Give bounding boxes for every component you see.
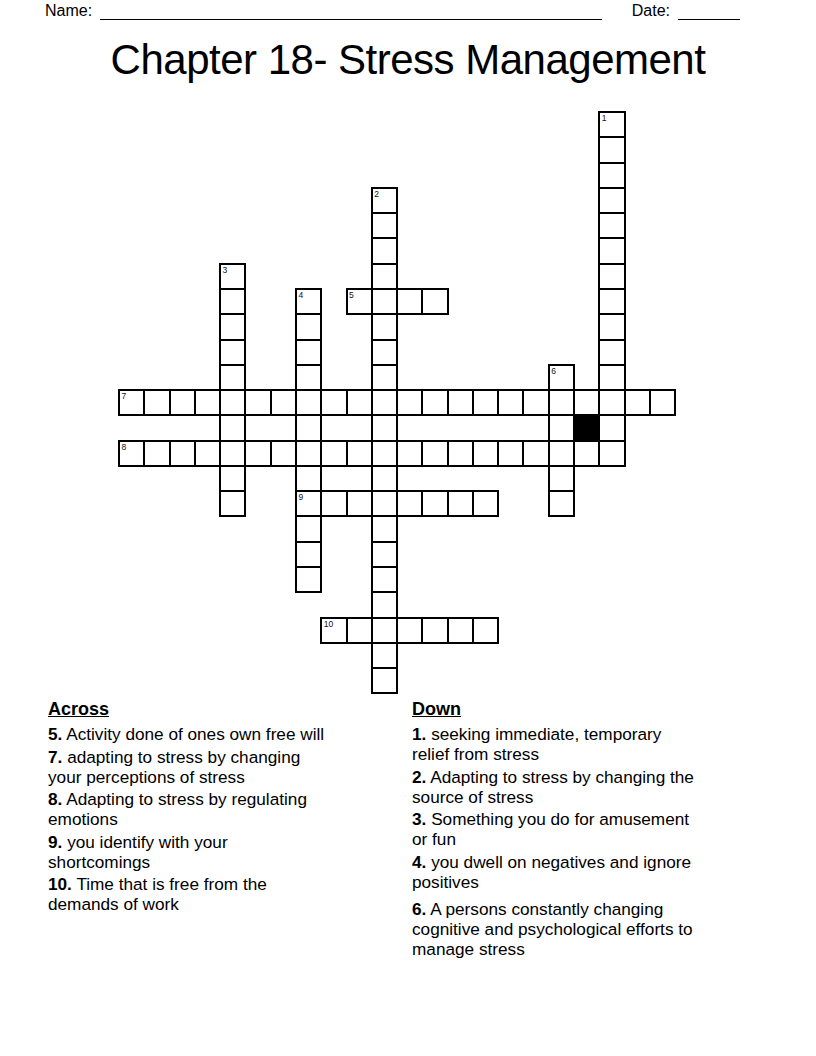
clue-text: Adapting to stress by changing the sourc…	[412, 767, 694, 807]
grid-cell[interactable]: 8	[118, 440, 145, 467]
grid-cell[interactable]	[371, 465, 398, 492]
grid-cell[interactable]	[194, 389, 221, 416]
date-input-line[interactable]	[678, 3, 740, 20]
grid-cell[interactable]	[194, 440, 221, 467]
grid-cell[interactable]	[371, 490, 398, 517]
grid-cell[interactable]	[447, 617, 474, 644]
clue-text: you identify with your shortcomings	[48, 832, 228, 872]
grid-cell[interactable]	[371, 642, 398, 669]
grid-cell[interactable]	[649, 389, 676, 416]
header: Name: Date:	[45, 1, 740, 20]
grid-cell[interactable]	[371, 566, 398, 593]
grid-cell[interactable]	[522, 440, 549, 467]
clue-across-10: 10. Time that is free from the demands o…	[48, 874, 412, 914]
grid-cell[interactable]	[219, 339, 246, 366]
page-title: Chapter 18- Stress Management	[0, 36, 816, 84]
grid-cell[interactable]: 6	[548, 364, 575, 391]
clue-text: you dwell on negatives and ignore positi…	[412, 852, 691, 892]
grid-cell[interactable]	[598, 313, 625, 340]
clue-number: 5.	[48, 724, 62, 744]
grid-cell[interactable]	[598, 162, 625, 189]
grid-cell[interactable]	[598, 389, 625, 416]
down-clues: Down 1. seeking immediate, temporary rel…	[412, 699, 776, 961]
grid-cell[interactable]	[270, 389, 297, 416]
grid-cell[interactable]: 2	[371, 187, 398, 214]
grid-cell[interactable]	[143, 389, 170, 416]
grid-cell[interactable]	[295, 389, 322, 416]
clue-number: 2.	[412, 767, 426, 787]
grid-cell[interactable]	[598, 187, 625, 214]
grid-cell[interactable]	[244, 389, 271, 416]
grid-cell[interactable]	[573, 440, 600, 467]
grid-cell[interactable]	[396, 288, 423, 315]
grid-cell[interactable]	[624, 389, 651, 416]
grid-cell[interactable]	[396, 490, 423, 517]
grid-cell[interactable]	[421, 440, 448, 467]
grid-cell[interactable]	[371, 364, 398, 391]
grid-cell[interactable]	[371, 263, 398, 290]
grid-cell[interactable]	[320, 490, 347, 517]
clue-down-4: 4. you dwell on negatives and ignore pos…	[412, 852, 776, 892]
grid-cell[interactable]	[447, 440, 474, 467]
grid-cell[interactable]	[219, 490, 246, 517]
grid-cell[interactable]	[346, 490, 373, 517]
grid-cell[interactable]	[598, 288, 625, 315]
clue-text: Something you do for amusement or fun	[412, 809, 689, 849]
clue-number: 9.	[48, 832, 62, 852]
grid-cell[interactable]	[371, 288, 398, 315]
grid-cell[interactable]	[371, 591, 398, 618]
cell-number: 3	[223, 265, 228, 275]
clue-text: Activity done of ones own free will	[66, 724, 324, 744]
grid-cell[interactable]	[421, 490, 448, 517]
grid-cell[interactable]: 3	[219, 263, 246, 290]
clue-across-7: 7. adapting to stress by changing your p…	[48, 747, 412, 787]
clue-down-2: 2. Adapting to stress by changing the so…	[412, 767, 776, 807]
clue-text: A persons constantly changing cognitive …	[412, 899, 693, 959]
grid-cell[interactable]	[396, 440, 423, 467]
grid-cell[interactable]	[295, 339, 322, 366]
grid-cell[interactable]	[497, 440, 524, 467]
clue-number: 1.	[412, 724, 426, 744]
grid-cell[interactable]	[472, 440, 499, 467]
grid-cell[interactable]	[295, 515, 322, 542]
grid-cell[interactable]	[371, 339, 398, 366]
grid-cell[interactable]	[169, 440, 196, 467]
grid-cell[interactable]	[598, 212, 625, 239]
grid-cell[interactable]	[472, 389, 499, 416]
grid-cell[interactable]	[472, 490, 499, 517]
grid-cell[interactable]	[396, 617, 423, 644]
cell-number: 10	[324, 619, 333, 629]
grid-cell[interactable]	[598, 263, 625, 290]
grid-cell[interactable]	[219, 414, 246, 441]
clue-number: 6.	[412, 899, 426, 919]
grid-cell[interactable]	[320, 389, 347, 416]
clue-down-1: 1. seeking immediate, temporary relief f…	[412, 724, 776, 764]
grid-cell[interactable]: 10	[320, 617, 347, 644]
grid-cell[interactable]	[371, 414, 398, 441]
cell-number: 9	[298, 492, 303, 502]
grid-cell[interactable]	[598, 440, 625, 467]
grid-cell[interactable]	[371, 667, 398, 694]
grid-cell[interactable]	[346, 440, 373, 467]
crossword-grid: 12345678910	[118, 111, 677, 695]
grid-cell[interactable]	[295, 566, 322, 593]
clues-section: Across 5. Activity done of ones own free…	[48, 699, 776, 961]
name-label: Name:	[45, 1, 92, 20]
grid-cell[interactable]	[472, 617, 499, 644]
grid-cell[interactable]	[598, 414, 625, 441]
grid-cell[interactable]	[421, 617, 448, 644]
grid-cell[interactable]	[219, 440, 246, 467]
down-heading: Down	[412, 699, 776, 719]
grid-cell[interactable]: 1	[598, 111, 625, 138]
black-cell	[573, 414, 600, 441]
clue-across-5: 5. Activity done of ones own free will	[48, 724, 412, 744]
clue-text: Adapting to stress by regulating emotion…	[48, 789, 307, 829]
clue-down-3: 3. Something you do for amusement or fun	[412, 809, 776, 849]
grid-cell[interactable]	[295, 541, 322, 568]
grid-cell[interactable]	[447, 389, 474, 416]
grid-cell[interactable]	[295, 440, 322, 467]
grid-cell[interactable]	[371, 541, 398, 568]
clue-across-8: 8. Adapting to stress by regulating emot…	[48, 789, 412, 829]
grid-cell[interactable]	[169, 389, 196, 416]
grid-cell[interactable]	[219, 288, 246, 315]
grid-cell[interactable]	[371, 515, 398, 542]
clue-across-9: 9. you identify with your shortcomings	[48, 832, 412, 872]
grid-cell[interactable]: 7	[118, 389, 145, 416]
grid-cell[interactable]	[295, 364, 322, 391]
cell-number: 5	[349, 290, 354, 300]
grid-cell[interactable]	[219, 364, 246, 391]
grid-cell[interactable]	[548, 389, 575, 416]
clue-number: 8.	[48, 789, 62, 809]
grid-cell[interactable]	[421, 288, 448, 315]
clue-number: 7.	[48, 747, 62, 767]
grid-cell[interactable]	[371, 389, 398, 416]
across-clues: Across 5. Activity done of ones own free…	[48, 699, 412, 961]
clue-number: 3.	[412, 809, 426, 829]
clue-down-6: 6. A persons constantly changing cogniti…	[412, 899, 776, 959]
grid-cell[interactable]	[548, 465, 575, 492]
grid-cell[interactable]	[371, 212, 398, 239]
clue-text: Time that is free from the demands of wo…	[48, 874, 267, 914]
worksheet-page: Name: Date: Chapter 18- Stress Managemen…	[0, 0, 816, 1056]
name-input-line[interactable]	[100, 3, 602, 20]
grid-cell[interactable]	[371, 313, 398, 340]
grid-cell[interactable]	[598, 339, 625, 366]
grid-cell[interactable]	[219, 389, 246, 416]
cell-number: 8	[122, 442, 127, 452]
cell-number: 1	[602, 113, 607, 123]
grid-cell[interactable]: 9	[295, 490, 322, 517]
cell-number: 4	[298, 290, 303, 300]
grid-cell[interactable]: 4	[295, 288, 322, 315]
grid-cell[interactable]	[320, 440, 347, 467]
grid-cell[interactable]	[522, 389, 549, 416]
grid-cell[interactable]	[295, 313, 322, 340]
grid-cell[interactable]	[295, 414, 322, 441]
grid-cell[interactable]	[598, 136, 625, 163]
clue-number: 10.	[48, 874, 72, 894]
grid-cell[interactable]	[295, 465, 322, 492]
cell-number: 2	[374, 189, 379, 199]
grid-cell[interactable]	[270, 440, 297, 467]
grid-cell[interactable]	[447, 490, 474, 517]
grid-cell[interactable]	[346, 389, 373, 416]
grid-cell[interactable]	[143, 440, 170, 467]
grid-cell[interactable]	[371, 237, 398, 264]
grid-cell[interactable]	[346, 617, 373, 644]
grid-cell[interactable]	[244, 440, 271, 467]
grid-cell[interactable]	[396, 389, 423, 416]
grid-cell[interactable]	[548, 414, 575, 441]
grid-cell[interactable]	[497, 389, 524, 416]
clue-number: 4.	[412, 852, 426, 872]
grid-cell[interactable]	[219, 465, 246, 492]
grid-cell[interactable]	[548, 490, 575, 517]
date-label: Date:	[632, 1, 670, 20]
grid-cell[interactable]	[548, 440, 575, 467]
grid-cell[interactable]	[421, 389, 448, 416]
clue-text: adapting to stress by changing your perc…	[48, 747, 300, 787]
clue-text: seeking immediate, temporary relief from…	[412, 724, 661, 764]
grid-cell[interactable]	[219, 313, 246, 340]
cell-number: 6	[551, 366, 556, 376]
across-heading: Across	[48, 699, 412, 719]
grid-cell[interactable]	[371, 440, 398, 467]
grid-cell[interactable]: 5	[346, 288, 373, 315]
grid-cell[interactable]	[598, 364, 625, 391]
grid-cell[interactable]	[598, 237, 625, 264]
cell-number: 7	[122, 391, 127, 401]
grid-cell[interactable]	[573, 389, 600, 416]
grid-cell[interactable]	[371, 617, 398, 644]
